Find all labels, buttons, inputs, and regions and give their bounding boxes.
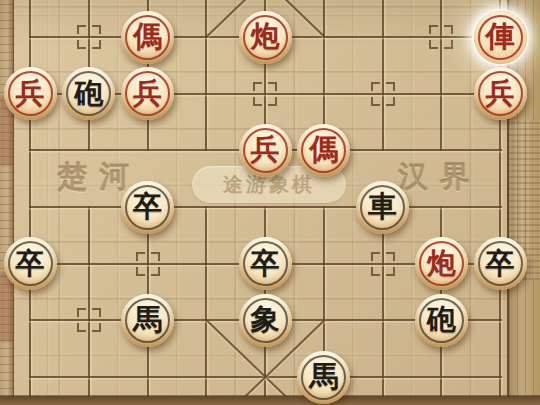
piece-red-cannon[interactable]: 炮 [239, 11, 292, 64]
board-frame-left [0, 0, 14, 405]
piece-character: 卒 [474, 237, 527, 290]
piece-character: 馬 [121, 294, 174, 347]
piece-character: 卒 [121, 181, 174, 234]
xiangqi-board[interactable]: 楚河 汉界 途游象棋 傌炮俥兵砲兵兵兵傌卒車卒卒炮卒馬象砲馬 [0, 0, 540, 405]
piece-character: 兵 [474, 67, 527, 120]
piece-character: 卒 [239, 237, 292, 290]
piece-black-chariot[interactable]: 車 [356, 181, 409, 234]
piece-character: 兵 [239, 124, 292, 177]
piece-black-horse[interactable]: 馬 [297, 351, 350, 404]
piece-black-pawn[interactable]: 卒 [121, 181, 174, 234]
piece-black-horse[interactable]: 馬 [121, 294, 174, 347]
piece-black-cannon[interactable]: 砲 [415, 294, 468, 347]
board-frame-bottom [0, 396, 540, 405]
piece-character: 傌 [121, 11, 174, 64]
piece-character: 車 [356, 181, 409, 234]
piece-character: 兵 [4, 67, 57, 120]
piece-red-horse[interactable]: 傌 [121, 11, 174, 64]
piece-red-pawn[interactable]: 兵 [121, 67, 174, 120]
piece-black-pawn[interactable]: 卒 [239, 237, 292, 290]
piece-character: 兵 [121, 67, 174, 120]
piece-character: 馬 [297, 351, 350, 404]
piece-character: 砲 [62, 67, 115, 120]
piece-character: 象 [239, 294, 292, 347]
piece-red-cannon[interactable]: 炮 [415, 237, 468, 290]
piece-black-elephant[interactable]: 象 [239, 294, 292, 347]
piece-character: 炮 [415, 237, 468, 290]
piece-character: 傌 [297, 124, 350, 177]
piece-character: 砲 [415, 294, 468, 347]
piece-character: 炮 [239, 11, 292, 64]
piece-black-cannon[interactable]: 砲 [62, 67, 115, 120]
piece-character: 卒 [4, 237, 57, 290]
piece-red-chariot[interactable]: 俥 [474, 11, 527, 64]
piece-character: 俥 [474, 11, 527, 64]
piece-red-pawn[interactable]: 兵 [474, 67, 527, 120]
piece-red-pawn[interactable]: 兵 [239, 124, 292, 177]
piece-black-pawn[interactable]: 卒 [4, 237, 57, 290]
piece-black-pawn[interactable]: 卒 [474, 237, 527, 290]
piece-red-pawn[interactable]: 兵 [4, 67, 57, 120]
piece-red-horse[interactable]: 傌 [297, 124, 350, 177]
